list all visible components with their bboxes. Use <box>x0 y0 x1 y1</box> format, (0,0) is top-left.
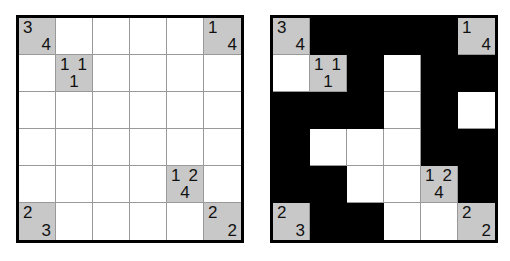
puzzle-cell-r3c1[interactable] <box>19 92 56 129</box>
solution-cell-r4c3[interactable] <box>347 129 384 166</box>
clue-digit: 2 <box>189 167 198 184</box>
clue-digit: 2 <box>228 222 237 239</box>
puzzle-cell-r1c1[interactable]: 34 <box>19 18 56 55</box>
puzzle-cell-r4c5[interactable] <box>167 129 204 166</box>
clue-digit: 1 <box>332 56 341 73</box>
puzzle-cell-r4c2[interactable] <box>56 129 93 166</box>
solution-cell-r5c3[interactable] <box>347 166 384 203</box>
solution-cell-r6c1[interactable]: 23 <box>273 203 310 240</box>
puzzle-cell-r1c4[interactable] <box>130 18 167 55</box>
clue-digit: 4 <box>228 36 237 53</box>
puzzle-cell-r1c3[interactable] <box>93 18 130 55</box>
solution-cell-r1c4[interactable] <box>384 18 421 55</box>
solution-cell-r1c1[interactable]: 34 <box>273 18 310 55</box>
puzzle-cell-r4c1[interactable] <box>19 129 56 166</box>
solution-cell-r5c4[interactable] <box>384 166 421 203</box>
solution-cell-r3c6[interactable] <box>458 92 495 129</box>
solution-cell-r3c5[interactable] <box>421 92 458 129</box>
clue-digit: 1 <box>314 56 323 73</box>
puzzle-cell-r3c6[interactable] <box>204 92 241 129</box>
puzzle-cell-r2c6[interactable] <box>204 55 241 92</box>
clue-digit: 1 <box>462 19 471 36</box>
solution-cell-r1c5[interactable] <box>421 18 458 55</box>
solution-cell-r6c3[interactable] <box>347 203 384 240</box>
solution-cell-r6c2[interactable] <box>310 203 347 240</box>
puzzle-cell-r5c2[interactable] <box>56 166 93 203</box>
puzzle-cell-r2c4[interactable] <box>130 55 167 92</box>
tapa-diagram: 34141111242322 34141111242322 <box>0 0 510 261</box>
clue-digit: 3 <box>23 19 32 36</box>
puzzle-cell-r2c3[interactable] <box>93 55 130 92</box>
puzzle-cell-r4c3[interactable] <box>93 129 130 166</box>
solution-cell-r6c5[interactable] <box>421 203 458 240</box>
solution-cell-r2c2[interactable]: 111 <box>310 55 347 92</box>
solution-board: 34141111242322 <box>270 15 498 243</box>
solution-cell-r5c5[interactable]: 124 <box>421 166 458 203</box>
solution-cell-r3c4[interactable] <box>384 92 421 129</box>
clue-digit: 2 <box>23 204 32 221</box>
solution-cell-r4c6[interactable] <box>458 129 495 166</box>
solution-cell-r2c5[interactable] <box>421 55 458 92</box>
solution-cell-r2c3[interactable] <box>347 55 384 92</box>
puzzle-cell-r6c5[interactable] <box>167 203 204 240</box>
solution-cell-r4c2[interactable] <box>310 129 347 166</box>
clue-digit: 1 <box>425 167 434 184</box>
solution-cell-r3c3[interactable] <box>347 92 384 129</box>
puzzle-cell-r6c2[interactable] <box>56 203 93 240</box>
clue-digit: 4 <box>482 36 491 53</box>
puzzle-cell-r2c2[interactable]: 111 <box>56 55 93 92</box>
clue-digit: 3 <box>277 19 286 36</box>
puzzle-cell-r6c1[interactable]: 23 <box>19 203 56 240</box>
clue-digit: 1 <box>69 73 78 90</box>
clue-digit: 2 <box>482 222 491 239</box>
clue-digit: 4 <box>434 184 443 201</box>
clue-digit: 3 <box>42 222 51 239</box>
clue-digit: 2 <box>208 204 217 221</box>
solution-cell-r3c2[interactable] <box>310 92 347 129</box>
puzzle-cell-r3c5[interactable] <box>167 92 204 129</box>
solution-cell-r5c2[interactable] <box>310 166 347 203</box>
puzzle-cell-r4c4[interactable] <box>130 129 167 166</box>
clue-digit: 2 <box>277 204 286 221</box>
clue-digit: 1 <box>60 56 69 73</box>
solution-cell-r1c2[interactable] <box>310 18 347 55</box>
puzzle-cell-r2c5[interactable] <box>167 55 204 92</box>
solution-cell-r2c4[interactable] <box>384 55 421 92</box>
clue-digit: 4 <box>296 36 305 53</box>
puzzle-cell-r3c3[interactable] <box>93 92 130 129</box>
solution-cell-r4c1[interactable] <box>273 129 310 166</box>
solution-cell-r5c6[interactable] <box>458 166 495 203</box>
clue-digit: 1 <box>171 167 180 184</box>
puzzle-cell-r3c4[interactable] <box>130 92 167 129</box>
puzzle-cell-r1c6[interactable]: 14 <box>204 18 241 55</box>
clue-digit: 1 <box>208 19 217 36</box>
puzzle-cell-r1c5[interactable] <box>167 18 204 55</box>
puzzle-cell-r5c6[interactable] <box>204 166 241 203</box>
solution-cell-r2c6[interactable] <box>458 55 495 92</box>
solution-cell-r6c4[interactable] <box>384 203 421 240</box>
solution-cell-r6c6[interactable]: 22 <box>458 203 495 240</box>
clue-digit: 1 <box>323 73 332 90</box>
solution-cell-r4c5[interactable] <box>421 129 458 166</box>
puzzle-cell-r1c2[interactable] <box>56 18 93 55</box>
solution-cell-r4c4[interactable] <box>384 129 421 166</box>
puzzle-cell-r5c3[interactable] <box>93 166 130 203</box>
puzzle-cell-r4c6[interactable] <box>204 129 241 166</box>
solution-cell-r5c1[interactable] <box>273 166 310 203</box>
puzzle-cell-r2c1[interactable] <box>19 55 56 92</box>
puzzle-cell-r5c1[interactable] <box>19 166 56 203</box>
clue-digit: 2 <box>443 167 452 184</box>
clue-digit: 2 <box>462 204 471 221</box>
puzzle-cell-r6c4[interactable] <box>130 203 167 240</box>
clue-digit: 1 <box>78 56 87 73</box>
puzzle-cell-r5c4[interactable] <box>130 166 167 203</box>
clue-digit: 3 <box>296 222 305 239</box>
clue-digit: 4 <box>42 36 51 53</box>
puzzle-cell-r5c5[interactable]: 124 <box>167 166 204 203</box>
puzzle-cell-r6c3[interactable] <box>93 203 130 240</box>
puzzle-cell-r3c2[interactable] <box>56 92 93 129</box>
solution-cell-r2c1[interactable] <box>273 55 310 92</box>
clue-digit: 4 <box>180 184 189 201</box>
solution-cell-r3c1[interactable] <box>273 92 310 129</box>
puzzle-cell-r6c6[interactable]: 22 <box>204 203 241 240</box>
solution-cell-r1c3[interactable] <box>347 18 384 55</box>
solution-cell-r1c6[interactable]: 14 <box>458 18 495 55</box>
puzzle-board: 34141111242322 <box>16 15 244 243</box>
